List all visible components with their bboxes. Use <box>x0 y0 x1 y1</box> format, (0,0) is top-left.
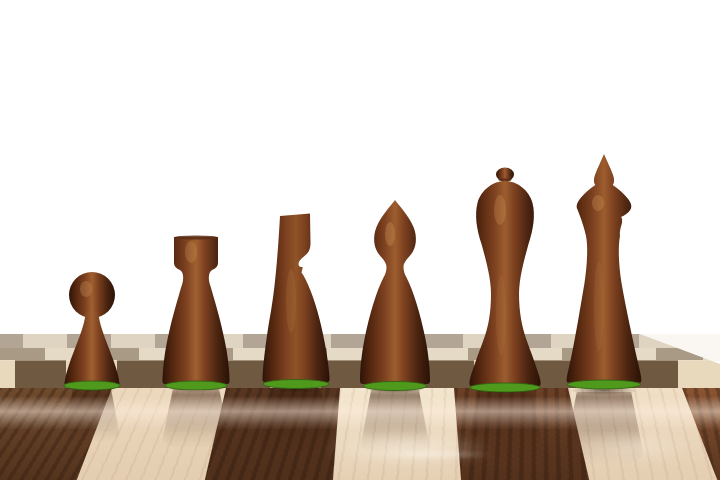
pawn-reflection <box>64 389 120 441</box>
felt-base <box>364 382 427 391</box>
rook-reflection <box>162 389 230 447</box>
pawn-piece <box>57 270 127 392</box>
board-square <box>678 360 720 388</box>
king-reflection <box>564 392 644 464</box>
king-piece <box>560 151 648 393</box>
knight-piece <box>255 211 337 391</box>
queen-piece <box>462 165 548 393</box>
felt-base <box>165 381 227 390</box>
felt-base <box>263 380 329 389</box>
bishop-reflection <box>360 390 430 454</box>
knight-reflection <box>259 390 333 452</box>
queen-silhouette <box>462 165 548 393</box>
felt-base <box>64 381 120 390</box>
board-square <box>0 360 15 388</box>
knight-silhouette <box>255 211 337 391</box>
rook-piece <box>157 232 235 390</box>
board-square <box>0 348 45 360</box>
board-square <box>0 334 23 348</box>
felt-base <box>568 380 641 389</box>
rook-silhouette <box>157 232 235 390</box>
product-photo-scene <box>0 0 720 480</box>
king-silhouette <box>560 151 648 393</box>
bishop-silhouette <box>358 196 432 392</box>
queen-reflection <box>466 391 544 459</box>
pawn-silhouette <box>57 270 127 392</box>
bishop-piece <box>358 196 432 392</box>
felt-base <box>470 383 540 392</box>
